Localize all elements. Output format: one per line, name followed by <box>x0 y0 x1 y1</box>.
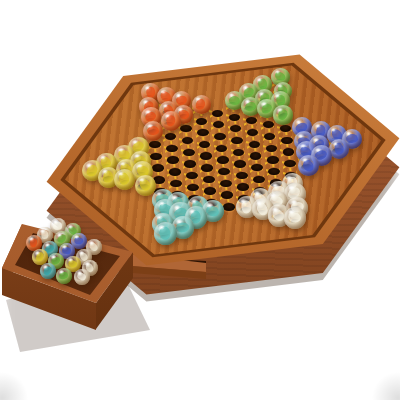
marble-highlight <box>315 124 321 128</box>
board-hole[interactable] <box>201 164 213 172</box>
board-hole[interactable] <box>217 156 229 164</box>
marble-highlight <box>35 251 39 255</box>
board-hole[interactable] <box>152 164 164 172</box>
board-hole[interactable] <box>166 145 178 152</box>
board-hole[interactable] <box>250 152 262 159</box>
board-hole[interactable] <box>266 145 278 152</box>
marble-highlight <box>288 210 294 215</box>
board-hole[interactable] <box>167 156 179 164</box>
marble-green[interactable] <box>273 105 292 124</box>
chinese-checkers-product-photo <box>0 0 400 400</box>
marble-highlight <box>100 155 106 160</box>
marble-highlight <box>102 169 108 174</box>
marble-cyan[interactable] <box>154 222 177 245</box>
marble-highlight <box>79 251 83 255</box>
marble-highlight <box>178 107 183 111</box>
board-hole[interactable] <box>283 148 295 155</box>
marble-highlight <box>57 233 61 237</box>
marble-highlight <box>206 203 212 208</box>
drawer-marble-green[interactable] <box>56 268 72 284</box>
marble-highlight <box>176 93 181 97</box>
marble-highlight <box>171 195 177 200</box>
marble-highlight <box>59 270 63 274</box>
marble-highlight <box>163 104 168 108</box>
board-hole[interactable] <box>150 153 162 160</box>
board-hole[interactable] <box>200 152 212 159</box>
marble-highlight <box>51 255 55 259</box>
board-hole[interactable] <box>229 114 240 121</box>
board-hole[interactable] <box>223 203 236 211</box>
marble-red[interactable] <box>192 95 211 114</box>
marble-highlight <box>288 186 294 191</box>
hole-connector-line <box>237 144 240 149</box>
marble-highlight <box>137 164 143 169</box>
marble-highlight <box>145 110 150 114</box>
marble-highlight <box>259 92 264 96</box>
marble-highlight <box>147 124 153 128</box>
board-hole[interactable] <box>183 149 195 156</box>
board-hole[interactable] <box>231 137 243 144</box>
board-hole[interactable] <box>281 137 293 144</box>
marble-red[interactable] <box>161 111 181 131</box>
drawer-marble-teal[interactable] <box>40 263 56 279</box>
board-hole[interactable] <box>220 180 232 188</box>
board-hole[interactable] <box>169 168 181 176</box>
marble-highlight <box>240 199 246 204</box>
board-hole[interactable] <box>149 141 161 148</box>
marble-highlight <box>62 245 66 249</box>
marble-highlight <box>313 138 319 142</box>
marble-highlight <box>331 128 337 132</box>
marble-highlight <box>160 90 165 94</box>
marble-highlight <box>45 243 49 247</box>
marble-highlight <box>86 163 92 168</box>
board-hole[interactable] <box>184 160 196 168</box>
marble-highlight <box>277 84 282 88</box>
marble-highlight <box>261 102 266 106</box>
marble-highlight <box>68 225 72 229</box>
drawer-marble-white[interactable] <box>74 269 90 285</box>
board-hole[interactable] <box>212 110 223 117</box>
board-hole[interactable] <box>253 176 265 184</box>
marble-highlight <box>257 78 262 82</box>
marble-highlight <box>254 191 260 196</box>
marble-highlight <box>89 241 93 245</box>
marble-highlight <box>77 271 81 275</box>
marble-blue[interactable] <box>298 155 319 176</box>
marble-highlight <box>43 265 47 269</box>
board-hole[interactable] <box>267 156 279 164</box>
marble-highlight <box>74 235 78 239</box>
board-hole[interactable] <box>236 172 248 180</box>
marble-highlight <box>118 148 124 153</box>
marble-highlight <box>277 108 282 112</box>
board-hole[interactable] <box>249 141 261 148</box>
board-hole[interactable] <box>234 160 246 168</box>
marble-highlight <box>29 237 33 241</box>
marble-highlight <box>245 99 250 103</box>
board-scene <box>0 0 400 400</box>
board-hole[interactable] <box>237 183 249 191</box>
board-hole[interactable] <box>214 133 225 140</box>
marble-highlight <box>243 85 248 89</box>
marble-highlight <box>40 229 44 233</box>
board-hole[interactable] <box>196 118 207 125</box>
marble-highlight <box>68 258 72 262</box>
marble-highlight <box>53 220 57 224</box>
marble-highlight <box>85 262 89 266</box>
